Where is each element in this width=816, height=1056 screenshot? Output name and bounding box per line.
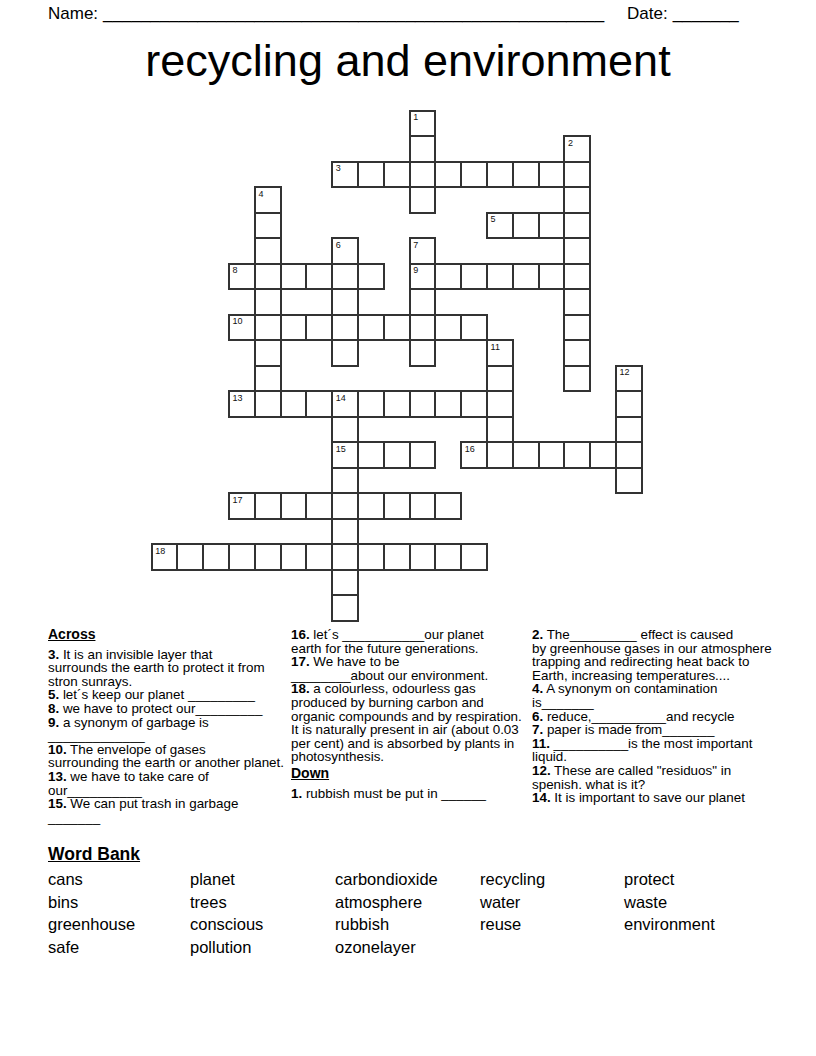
grid-cell[interactable] — [434, 263, 462, 291]
grid-cell[interactable] — [357, 543, 385, 571]
word-bank-word: atmosphere — [335, 891, 480, 914]
grid-cell[interactable] — [305, 263, 333, 291]
word-bank-word: planet — [190, 868, 335, 891]
cell-number: 16 — [465, 445, 475, 454]
name-label: Name: — [48, 4, 98, 23]
grid-cell[interactable] — [486, 416, 514, 444]
cell-number: 13 — [233, 394, 243, 403]
word-bank: cansbinsgreenhousesafeplanettreesconscio… — [48, 868, 784, 959]
grid-cell[interactable] — [563, 339, 591, 367]
word-bank-heading: Word Bank — [48, 844, 140, 865]
grid-cell[interactable] — [486, 263, 514, 291]
grid-cell[interactable] — [538, 161, 566, 189]
grid-cell[interactable] — [357, 314, 385, 342]
clue-18: 18. a colourless, odourless gas produced… — [291, 682, 522, 764]
grid-cell[interactable] — [331, 339, 359, 367]
cell-number: 7 — [413, 241, 418, 250]
grid-cell[interactable]: 6 — [331, 237, 359, 265]
date-field: Date:_______ — [627, 4, 739, 24]
word-bank-word: greenhouse — [48, 913, 190, 936]
word-bank-column: planettreesconsciouspollution — [190, 868, 335, 959]
grid-cell[interactable] — [563, 441, 591, 469]
word-bank-word: reuse — [480, 913, 624, 936]
cell-number: 6 — [336, 241, 341, 250]
grid-cell[interactable] — [563, 365, 591, 393]
clue-10: 10. The envelope of gases surrounding th… — [48, 743, 284, 770]
grid-cell[interactable] — [176, 543, 204, 571]
clue-1: 1. rubbish must be put in ______ — [291, 787, 522, 801]
grid-cell[interactable] — [434, 390, 462, 418]
clue-13: 13. we have to take care of our_________… — [48, 770, 284, 797]
grid-cell[interactable] — [305, 390, 333, 418]
grid-cell[interactable]: 15 — [331, 441, 359, 469]
clue-6: 6. reduce,__________and recycle — [532, 710, 772, 724]
grid-cell[interactable]: 2 — [563, 135, 591, 163]
grid-cell[interactable] — [409, 390, 437, 418]
word-bank-column: protectwasteenvironment — [624, 868, 784, 959]
grid-cell[interactable] — [460, 314, 488, 342]
grid-cell[interactable] — [538, 212, 566, 240]
grid-cell[interactable] — [460, 161, 488, 189]
clue-column-3: 2. The_________ effect is caused by gree… — [532, 628, 772, 805]
grid-cell[interactable] — [331, 263, 359, 291]
grid-cell[interactable] — [563, 314, 591, 342]
grid-cell[interactable] — [538, 263, 566, 291]
grid-cell[interactable] — [563, 212, 591, 240]
cell-number: 1 — [413, 113, 418, 122]
clue-16: 16. let´s ___________our planet earth fo… — [291, 628, 522, 655]
grid-cell[interactable]: 5 — [486, 212, 514, 240]
word-bank-word: pollution — [190, 936, 335, 959]
grid-cell[interactable] — [254, 365, 282, 393]
grid-cell[interactable] — [254, 543, 282, 571]
grid-cell[interactable] — [357, 161, 385, 189]
grid-cell[interactable] — [280, 543, 308, 571]
grid-cell[interactable] — [383, 543, 411, 571]
grid-cell[interactable] — [331, 288, 359, 316]
grid-cell[interactable] — [383, 161, 411, 189]
word-bank-word: recycling — [480, 868, 624, 891]
grid-cell[interactable] — [280, 314, 308, 342]
cell-number: 10 — [233, 317, 243, 326]
grid-cell[interactable] — [331, 467, 359, 495]
grid-cell[interactable] — [563, 237, 591, 265]
word-bank-word: water — [480, 891, 624, 914]
grid-cell[interactable] — [254, 314, 282, 342]
grid-cell[interactable] — [331, 314, 359, 342]
cell-number: 2 — [568, 139, 573, 148]
word-bank-word: rubbish — [335, 913, 480, 936]
grid-cell[interactable] — [254, 492, 282, 520]
word-bank-word: trees — [190, 891, 335, 914]
word-bank-word: carbondioxide — [335, 868, 480, 891]
grid-cell[interactable] — [460, 263, 488, 291]
clue-8: 8. we have to protect our_________ — [48, 702, 284, 716]
grid-cell[interactable] — [202, 543, 230, 571]
grid-cell[interactable] — [512, 212, 540, 240]
grid-cell[interactable] — [409, 186, 437, 214]
grid-cell[interactable]: 4 — [254, 186, 282, 214]
cell-number: 5 — [491, 215, 496, 224]
grid-cell[interactable] — [331, 416, 359, 444]
grid-cell[interactable] — [409, 314, 437, 342]
grid-cell[interactable] — [512, 161, 540, 189]
date-blank-line[interactable]: _______ — [673, 4, 739, 23]
grid-cell[interactable]: 13 — [228, 390, 256, 418]
grid-cell[interactable]: 9 — [409, 263, 437, 291]
grid-cell[interactable] — [460, 543, 488, 571]
cell-number: 8 — [233, 266, 238, 275]
word-bank-column: carbondioxideatmosphererubbishozonelayer — [335, 868, 480, 959]
grid-cell[interactable] — [357, 492, 385, 520]
name-field: Name:___________________________________… — [48, 4, 604, 24]
cell-number: 14 — [336, 394, 346, 403]
grid-cell[interactable] — [563, 288, 591, 316]
name-blank-line[interactable]: ________________________________________… — [103, 4, 604, 23]
clue-14: 14. It is important to save our planet — [532, 791, 772, 805]
cell-number: 12 — [620, 368, 630, 377]
cell-number: 9 — [413, 266, 418, 275]
word-bank-word: environment — [624, 913, 784, 936]
clue-2: 2. The_________ effect is caused by gree… — [532, 628, 772, 682]
grid-cell[interactable] — [383, 492, 411, 520]
grid-cell[interactable]: 3 — [331, 161, 359, 189]
grid-cell[interactable] — [357, 263, 385, 291]
clue-15: 15. We can put trash in garbage _______ — [48, 797, 284, 824]
word-bank-word: waste — [624, 891, 784, 914]
grid-cell[interactable] — [434, 161, 462, 189]
grid-cell[interactable] — [409, 339, 437, 367]
clue-12: 12. These are called "residuos" in speni… — [532, 764, 772, 791]
grid-cell[interactable]: 11 — [486, 339, 514, 367]
grid-cell[interactable] — [409, 135, 437, 163]
cell-number: 17 — [233, 496, 243, 505]
grid-cell[interactable]: 12 — [615, 365, 643, 393]
word-bank-word: safe — [48, 936, 190, 959]
grid-cell[interactable] — [228, 543, 256, 571]
grid-cell[interactable] — [615, 467, 643, 495]
clue-4: 4. A synonym on contamination is_______ — [532, 682, 772, 709]
grid-cell[interactable] — [486, 441, 514, 469]
grid-cell[interactable] — [254, 288, 282, 316]
grid-cell[interactable] — [512, 263, 540, 291]
crossword-grid: 123456789101112131415161718 — [151, 110, 646, 623]
grid-cell[interactable] — [563, 186, 591, 214]
grid-cell[interactable]: 17 — [228, 492, 256, 520]
grid-cell[interactable]: 8 — [228, 263, 256, 291]
grid-cell[interactable] — [305, 314, 333, 342]
grid-cell[interactable] — [409, 288, 437, 316]
word-bank-word: ozonelayer — [335, 936, 480, 959]
cell-number: 4 — [258, 190, 263, 199]
grid-cell[interactable] — [280, 492, 308, 520]
grid-cell[interactable] — [280, 390, 308, 418]
clue-5: 5. let´s keep our planet _________ — [48, 688, 284, 702]
grid-cell[interactable]: 7 — [409, 237, 437, 265]
word-bank-column: cansbinsgreenhousesafe — [48, 868, 190, 959]
grid-cell[interactable] — [615, 390, 643, 418]
cell-number: 11 — [491, 343, 500, 352]
grid-cell[interactable] — [331, 518, 359, 546]
grid-cell[interactable] — [254, 212, 282, 240]
grid-cell[interactable] — [383, 441, 411, 469]
grid-cell[interactable]: 14 — [331, 390, 359, 418]
clue-17: 17. We have to be ________about our envi… — [291, 655, 522, 682]
grid-cell[interactable] — [589, 441, 617, 469]
grid-cell[interactable] — [331, 569, 359, 597]
grid-cell[interactable] — [486, 365, 514, 393]
grid-cell[interactable] — [512, 441, 540, 469]
puzzle-title: recycling and environment — [0, 36, 816, 86]
grid-cell[interactable] — [331, 492, 359, 520]
word-bank-column: recyclingwaterreuse — [480, 868, 624, 959]
grid-cell[interactable]: 16 — [460, 441, 488, 469]
grid-cell[interactable] — [254, 237, 282, 265]
grid-cell[interactable] — [254, 263, 282, 291]
grid-cell[interactable]: 10 — [228, 314, 256, 342]
cell-number: 18 — [155, 547, 165, 556]
grid-cell[interactable] — [383, 390, 411, 418]
date-label: Date: — [627, 4, 668, 23]
grid-cell[interactable] — [563, 263, 591, 291]
clue-3: 3. It is an invisible layer that surroun… — [48, 648, 284, 689]
clue-11: 11. __________is the most important liqu… — [532, 737, 772, 764]
grid-cell[interactable] — [486, 390, 514, 418]
clue-9: 9. a synonym of garbage is _____________ — [48, 716, 284, 743]
grid-cell[interactable] — [615, 441, 643, 469]
clue-7: 7. paper is made from_______ — [532, 723, 772, 737]
word-bank-word: conscious — [190, 913, 335, 936]
grid-cell[interactable] — [409, 161, 437, 189]
grid-cell[interactable] — [305, 492, 333, 520]
grid-cell[interactable] — [383, 314, 411, 342]
cell-number: 3 — [336, 164, 341, 173]
clue-heading-down: Down — [291, 767, 522, 781]
grid-cell[interactable] — [254, 390, 282, 418]
grid-cell[interactable] — [460, 390, 488, 418]
grid-cell[interactable] — [486, 161, 514, 189]
clue-column-1: Across3. It is an invisible layer that s… — [48, 628, 284, 824]
clue-heading-across: Across — [48, 628, 284, 642]
word-bank-word: cans — [48, 868, 190, 891]
word-bank-word: protect — [624, 868, 784, 891]
grid-cell[interactable] — [331, 543, 359, 571]
grid-cell[interactable] — [254, 339, 282, 367]
cell-number: 15 — [336, 445, 346, 454]
grid-cell[interactable] — [331, 594, 359, 622]
grid-cell[interactable] — [357, 390, 385, 418]
grid-cell[interactable]: 1 — [409, 110, 437, 138]
grid-cell[interactable] — [409, 441, 437, 469]
grid-cell[interactable] — [409, 543, 437, 571]
grid-cell[interactable] — [538, 441, 566, 469]
grid-cell[interactable] — [434, 543, 462, 571]
grid-cell[interactable]: 18 — [151, 543, 179, 571]
grid-cell[interactable] — [409, 492, 437, 520]
grid-cell[interactable] — [434, 492, 462, 520]
word-bank-word: bins — [48, 891, 190, 914]
clue-column-2: 16. let´s ___________our planet earth fo… — [291, 628, 522, 800]
grid-cell[interactable] — [357, 441, 385, 469]
grid-cell[interactable] — [615, 416, 643, 444]
grid-cell[interactable] — [305, 543, 333, 571]
grid-cell[interactable] — [563, 161, 591, 189]
grid-cell[interactable] — [280, 263, 308, 291]
grid-cell[interactable] — [434, 314, 462, 342]
